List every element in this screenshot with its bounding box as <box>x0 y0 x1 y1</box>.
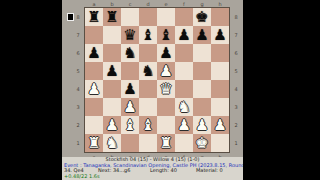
square-a4[interactable]: ♟ <box>85 80 103 98</box>
material-label: Material: 0 <box>196 168 223 174</box>
black-knight-c6: ♞ <box>121 44 139 62</box>
square-h6[interactable] <box>211 44 229 62</box>
square-h2[interactable]: ♟ <box>211 116 229 134</box>
engine-info-panel: Stockfish 04 (15) - Willow 4 (15) (1-0) … <box>62 157 243 180</box>
black-bishop-d7: ♝ <box>139 26 157 44</box>
square-g1[interactable]: ♚ <box>193 134 211 152</box>
square-e8[interactable] <box>157 8 175 26</box>
square-f7[interactable]: ♟ <box>175 26 193 44</box>
square-a2[interactable] <box>85 116 103 134</box>
black-rook-b8: ♜ <box>103 8 121 26</box>
black-queen-c7: ♛ <box>121 26 139 44</box>
chess-app-window: abcdefgh 87654321 ♜♜♚♛♝♝♟♟♟♟♞♟♟♞♟♟♟♛♟♞♟♝… <box>62 0 243 180</box>
coord-label: 5 <box>232 62 240 80</box>
square-b5[interactable]: ♟ <box>103 62 121 80</box>
square-b8[interactable]: ♜ <box>103 8 121 26</box>
black-pawn-e6: ♟ <box>157 44 175 62</box>
black-knight-d5: ♞ <box>139 62 157 80</box>
coord-label: 6 <box>232 44 240 62</box>
square-h7[interactable]: ♟ <box>211 26 229 44</box>
coord-label: 7 <box>74 26 82 44</box>
square-b7[interactable] <box>103 26 121 44</box>
square-a8[interactable]: ♜ <box>85 8 103 26</box>
square-h5[interactable] <box>211 62 229 80</box>
white-bishop-d2: ♝ <box>139 116 157 134</box>
square-d8[interactable] <box>139 8 157 26</box>
side-to-move-indicator <box>67 13 74 21</box>
square-f1[interactable] <box>175 134 193 152</box>
square-d3[interactable] <box>139 98 157 116</box>
square-g6[interactable] <box>193 44 211 62</box>
square-b4[interactable] <box>103 80 121 98</box>
square-f8[interactable] <box>175 8 193 26</box>
square-e3[interactable] <box>157 98 175 116</box>
square-h8[interactable] <box>211 8 229 26</box>
coord-label: 1 <box>232 134 240 152</box>
square-c8[interactable] <box>121 8 139 26</box>
square-f5[interactable] <box>175 62 193 80</box>
engine-eval-line: +0.48/22 1.6s <box>62 174 243 180</box>
coord-label: 2 <box>74 116 82 134</box>
square-f6[interactable] <box>175 44 193 62</box>
square-c3[interactable]: ♟ <box>121 98 139 116</box>
square-g8[interactable]: ♚ <box>193 8 211 26</box>
square-e6[interactable]: ♟ <box>157 44 175 62</box>
square-e1[interactable]: ♜ <box>157 134 175 152</box>
coord-label: 5 <box>74 62 82 80</box>
square-e7[interactable]: ♝ <box>157 26 175 44</box>
square-a6[interactable]: ♟ <box>85 44 103 62</box>
coord-label: 8 <box>232 8 240 26</box>
black-bishop-e7: ♝ <box>157 26 175 44</box>
square-b2[interactable]: ♟ <box>103 116 121 134</box>
square-g2[interactable]: ♟ <box>193 116 211 134</box>
coord-label: 8 <box>74 8 82 26</box>
white-pawn-a4: ♟ <box>85 80 103 98</box>
square-h3[interactable] <box>211 98 229 116</box>
next-move-label: Next: 34...g6 <box>98 168 150 174</box>
square-e4[interactable]: ♛ <box>157 80 175 98</box>
coord-label: 3 <box>232 98 240 116</box>
square-d2[interactable]: ♝ <box>139 116 157 134</box>
square-e2[interactable] <box>157 116 175 134</box>
square-f3[interactable]: ♞ <box>175 98 193 116</box>
white-rook-a1: ♜ <box>85 134 103 152</box>
square-b3[interactable] <box>103 98 121 116</box>
coord-label: 1 <box>74 134 82 152</box>
square-c1[interactable] <box>121 134 139 152</box>
black-king-g8: ♚ <box>193 8 211 26</box>
square-a5[interactable] <box>85 62 103 80</box>
square-e5[interactable]: ♟ <box>157 62 175 80</box>
square-b6[interactable] <box>103 44 121 62</box>
white-knight-b1: ♞ <box>103 134 121 152</box>
black-pawn-f7: ♟ <box>175 26 193 44</box>
coord-label: 4 <box>232 80 240 98</box>
square-c7[interactable]: ♛ <box>121 26 139 44</box>
video-frame: abcdefgh 87654321 ♜♜♚♛♝♝♟♟♟♟♞♟♟♞♟♟♟♛♟♞♟♝… <box>0 0 320 180</box>
square-h4[interactable] <box>211 80 229 98</box>
black-pawn-b5: ♟ <box>103 62 121 80</box>
square-a1[interactable]: ♜ <box>85 134 103 152</box>
white-knight-f3: ♞ <box>175 98 193 116</box>
white-pawn-f2: ♟ <box>175 116 193 134</box>
white-rook-e1: ♜ <box>157 134 175 152</box>
square-a7[interactable] <box>85 26 103 44</box>
coord-label: 2 <box>232 116 240 134</box>
black-pawn-a6: ♟ <box>85 44 103 62</box>
white-pawn-h2: ♟ <box>211 116 229 134</box>
black-pawn-c4: ♟ <box>121 80 139 98</box>
square-g7[interactable]: ♟ <box>193 26 211 44</box>
white-bishop-c2: ♝ <box>121 116 139 134</box>
square-d4[interactable] <box>139 80 157 98</box>
rank-labels-right: 87654321 <box>232 8 240 152</box>
square-d5[interactable]: ♞ <box>139 62 157 80</box>
coord-label: 6 <box>74 44 82 62</box>
rank-labels-left: 87654321 <box>74 8 82 152</box>
black-pawn-h7: ♟ <box>211 26 229 44</box>
square-g3[interactable] <box>193 98 211 116</box>
black-rook-a8: ♜ <box>85 8 103 26</box>
coord-label: 3 <box>74 98 82 116</box>
square-c4[interactable]: ♟ <box>121 80 139 98</box>
white-queen-e4: ♛ <box>157 80 175 98</box>
square-c2[interactable]: ♝ <box>121 116 139 134</box>
square-g5[interactable] <box>193 62 211 80</box>
white-king-g1: ♚ <box>193 134 211 152</box>
square-c6[interactable]: ♞ <box>121 44 139 62</box>
coord-label: 7 <box>232 26 240 44</box>
coord-label: 4 <box>74 80 82 98</box>
white-pawn-g2: ♟ <box>193 116 211 134</box>
white-pawn-e5: ♟ <box>157 62 175 80</box>
square-d7[interactable]: ♝ <box>139 26 157 44</box>
square-d6[interactable] <box>139 44 157 62</box>
square-a3[interactable] <box>85 98 103 116</box>
chess-board: ♜♜♚♛♝♝♟♟♟♟♞♟♟♞♟♟♟♛♟♞♟♝♝♟♟♟♜♞♜♚ <box>84 7 230 153</box>
black-pawn-g7: ♟ <box>193 26 211 44</box>
white-pawn-c3: ♟ <box>121 98 139 116</box>
square-d1[interactable] <box>139 134 157 152</box>
game-length-label: Length: 40 <box>150 168 196 174</box>
square-f4[interactable] <box>175 80 193 98</box>
square-f2[interactable]: ♟ <box>175 116 193 134</box>
square-c5[interactable] <box>121 62 139 80</box>
white-pawn-b2: ♟ <box>103 116 121 134</box>
board-grid: ♜♜♚♛♝♝♟♟♟♟♞♟♟♞♟♟♟♛♟♞♟♝♝♟♟♟♜♞♜♚ <box>85 8 229 152</box>
square-g4[interactable] <box>193 80 211 98</box>
square-h1[interactable] <box>211 134 229 152</box>
square-b1[interactable]: ♞ <box>103 134 121 152</box>
